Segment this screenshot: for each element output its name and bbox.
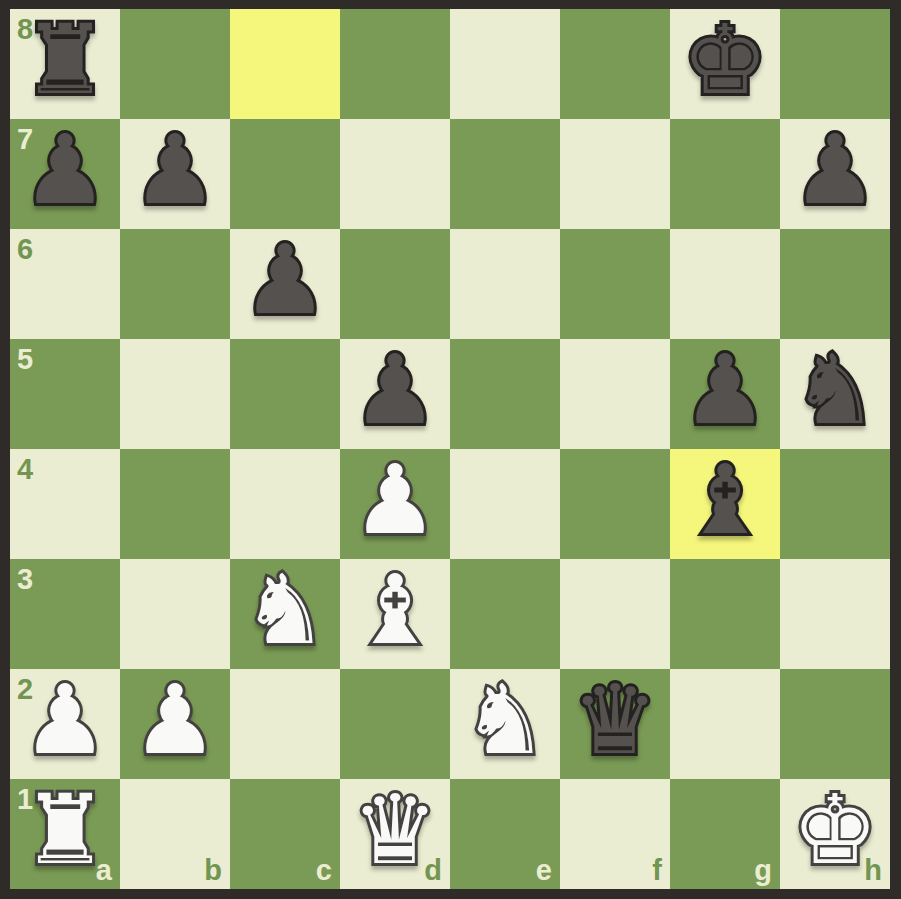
square-a7[interactable]: 7 bbox=[10, 119, 120, 229]
square-h2[interactable] bbox=[780, 669, 890, 779]
square-g3[interactable] bbox=[670, 559, 780, 669]
square-a6[interactable]: 6 bbox=[10, 229, 120, 339]
rank-label-3: 3 bbox=[17, 565, 33, 594]
square-b3[interactable] bbox=[120, 559, 230, 669]
square-a2[interactable]: 2 bbox=[10, 669, 120, 779]
square-g2[interactable] bbox=[670, 669, 780, 779]
file-label-g: g bbox=[754, 856, 772, 885]
white-pawn-b2[interactable] bbox=[120, 669, 230, 779]
square-c1[interactable]: c bbox=[230, 779, 340, 889]
black-bishop-g4[interactable] bbox=[670, 449, 780, 559]
square-e1[interactable]: e bbox=[450, 779, 560, 889]
file-label-c: c bbox=[316, 856, 332, 885]
black-pawn-b7[interactable] bbox=[120, 119, 230, 229]
square-f5[interactable] bbox=[560, 339, 670, 449]
square-g7[interactable] bbox=[670, 119, 780, 229]
chess-board: 87654321abcdefgh bbox=[10, 9, 890, 889]
square-f3[interactable] bbox=[560, 559, 670, 669]
square-e4[interactable] bbox=[450, 449, 560, 559]
square-c6[interactable] bbox=[230, 229, 340, 339]
file-label-f: f bbox=[652, 856, 662, 885]
white-rook-a1[interactable] bbox=[10, 779, 120, 889]
square-b6[interactable] bbox=[120, 229, 230, 339]
white-queen-d1[interactable] bbox=[340, 779, 450, 889]
white-king-h1[interactable] bbox=[780, 779, 890, 889]
square-e5[interactable] bbox=[450, 339, 560, 449]
square-b2[interactable] bbox=[120, 669, 230, 779]
file-label-b: b bbox=[204, 856, 222, 885]
white-bishop-d3[interactable] bbox=[340, 559, 450, 669]
square-h8[interactable] bbox=[780, 9, 890, 119]
square-f2[interactable] bbox=[560, 669, 670, 779]
black-queen-f2[interactable] bbox=[560, 669, 670, 779]
square-a5[interactable]: 5 bbox=[10, 339, 120, 449]
square-e3[interactable] bbox=[450, 559, 560, 669]
square-f6[interactable] bbox=[560, 229, 670, 339]
chess-app-background: 87654321abcdefgh bbox=[0, 0, 901, 899]
square-b4[interactable] bbox=[120, 449, 230, 559]
rank-label-6: 6 bbox=[17, 235, 33, 264]
square-b7[interactable] bbox=[120, 119, 230, 229]
square-h4[interactable] bbox=[780, 449, 890, 559]
square-h7[interactable] bbox=[780, 119, 890, 229]
square-g8[interactable] bbox=[670, 9, 780, 119]
square-f8[interactable] bbox=[560, 9, 670, 119]
square-c2[interactable] bbox=[230, 669, 340, 779]
square-e8[interactable] bbox=[450, 9, 560, 119]
square-a1[interactable]: 1a bbox=[10, 779, 120, 889]
black-pawn-h7[interactable] bbox=[780, 119, 890, 229]
square-a8[interactable]: 8 bbox=[10, 9, 120, 119]
square-c5[interactable] bbox=[230, 339, 340, 449]
square-b1[interactable]: b bbox=[120, 779, 230, 889]
square-f1[interactable]: f bbox=[560, 779, 670, 889]
black-pawn-d5[interactable] bbox=[340, 339, 450, 449]
black-pawn-a7[interactable] bbox=[10, 119, 120, 229]
black-pawn-c6[interactable] bbox=[230, 229, 340, 339]
rank-label-4: 4 bbox=[17, 455, 33, 484]
white-knight-e2[interactable] bbox=[450, 669, 560, 779]
white-pawn-a2[interactable] bbox=[10, 669, 120, 779]
square-h3[interactable] bbox=[780, 559, 890, 669]
square-h6[interactable] bbox=[780, 229, 890, 339]
square-h1[interactable]: h bbox=[780, 779, 890, 889]
square-d4[interactable] bbox=[340, 449, 450, 559]
black-knight-h5[interactable] bbox=[780, 339, 890, 449]
square-g6[interactable] bbox=[670, 229, 780, 339]
square-f7[interactable] bbox=[560, 119, 670, 229]
square-d5[interactable] bbox=[340, 339, 450, 449]
square-c7[interactable] bbox=[230, 119, 340, 229]
white-pawn-d4[interactable] bbox=[340, 449, 450, 559]
file-label-e: e bbox=[536, 856, 552, 885]
square-e6[interactable] bbox=[450, 229, 560, 339]
square-d1[interactable]: d bbox=[340, 779, 450, 889]
black-rook-a8[interactable] bbox=[10, 9, 120, 119]
square-c8[interactable] bbox=[230, 9, 340, 119]
square-c4[interactable] bbox=[230, 449, 340, 559]
square-g4[interactable] bbox=[670, 449, 780, 559]
square-e7[interactable] bbox=[450, 119, 560, 229]
square-a4[interactable]: 4 bbox=[10, 449, 120, 559]
square-g5[interactable] bbox=[670, 339, 780, 449]
square-f4[interactable] bbox=[560, 449, 670, 559]
rank-label-5: 5 bbox=[17, 345, 33, 374]
square-h5[interactable] bbox=[780, 339, 890, 449]
square-e2[interactable] bbox=[450, 669, 560, 779]
square-b8[interactable] bbox=[120, 9, 230, 119]
black-king-g8[interactable] bbox=[670, 9, 780, 119]
square-a3[interactable]: 3 bbox=[10, 559, 120, 669]
square-d8[interactable] bbox=[340, 9, 450, 119]
square-d2[interactable] bbox=[340, 669, 450, 779]
square-d6[interactable] bbox=[340, 229, 450, 339]
square-b5[interactable] bbox=[120, 339, 230, 449]
square-c3[interactable] bbox=[230, 559, 340, 669]
black-pawn-g5[interactable] bbox=[670, 339, 780, 449]
square-d3[interactable] bbox=[340, 559, 450, 669]
square-d7[interactable] bbox=[340, 119, 450, 229]
white-knight-c3[interactable] bbox=[230, 559, 340, 669]
square-g1[interactable]: g bbox=[670, 779, 780, 889]
